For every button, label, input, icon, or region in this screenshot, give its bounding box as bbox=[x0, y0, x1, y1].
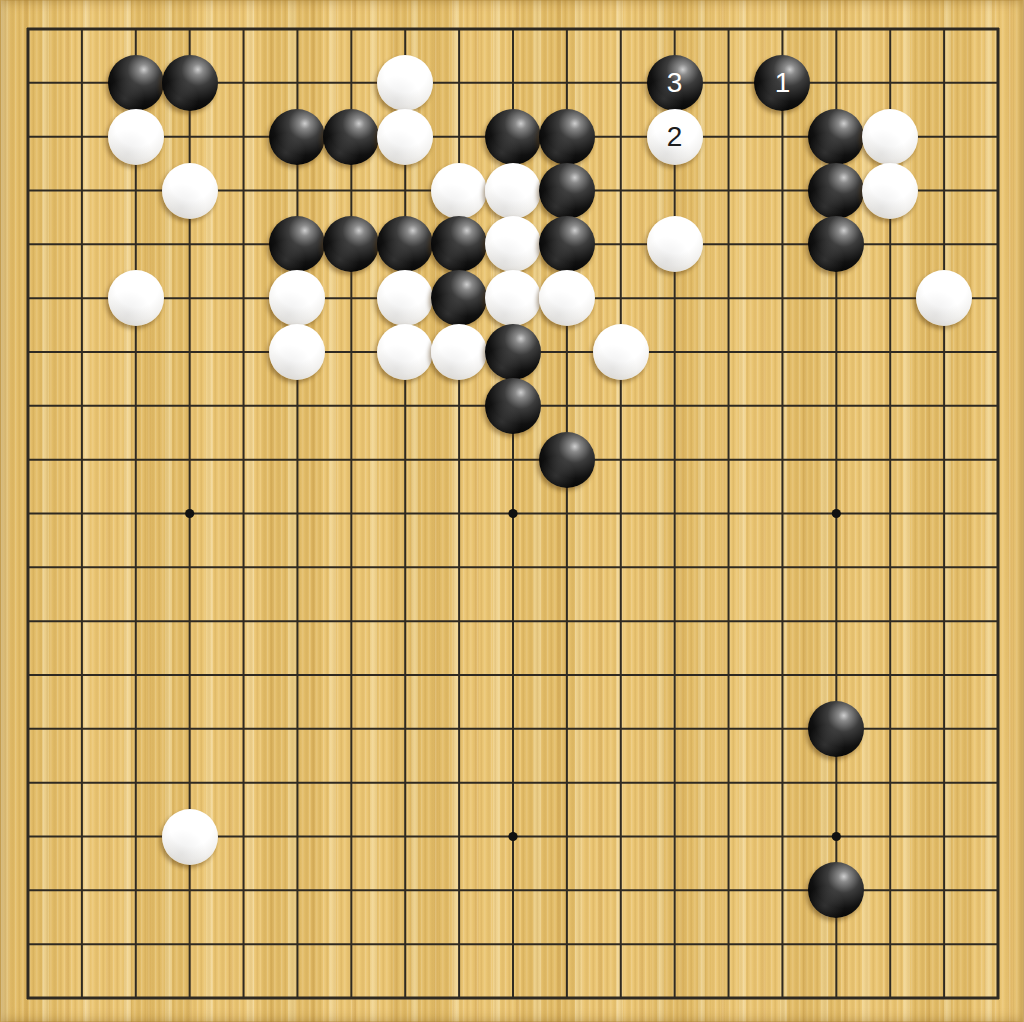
go-board[interactable]: 312 bbox=[0, 0, 1024, 1022]
stone-black bbox=[539, 109, 595, 165]
stone-black bbox=[431, 270, 487, 326]
stone-white bbox=[377, 324, 433, 380]
stone-black bbox=[323, 216, 379, 272]
stone-white bbox=[162, 163, 218, 219]
stone-black bbox=[108, 55, 164, 111]
stone-white bbox=[269, 324, 325, 380]
stone-white bbox=[485, 216, 541, 272]
stone-white-move-2: 2 bbox=[647, 109, 703, 165]
stone-white bbox=[162, 809, 218, 865]
stone-white bbox=[431, 324, 487, 380]
stone-white bbox=[485, 270, 541, 326]
stone-white bbox=[431, 163, 487, 219]
move-number-label: 3 bbox=[667, 69, 683, 97]
stone-white bbox=[916, 270, 972, 326]
stone-black bbox=[162, 55, 218, 111]
stone-white bbox=[108, 109, 164, 165]
stone-black bbox=[539, 432, 595, 488]
stone-black bbox=[808, 109, 864, 165]
stone-black bbox=[485, 109, 541, 165]
stone-white bbox=[862, 163, 918, 219]
stone-white bbox=[377, 55, 433, 111]
stone-white bbox=[485, 163, 541, 219]
stone-black-move-1: 1 bbox=[754, 55, 810, 111]
move-number-label: 2 bbox=[667, 123, 683, 151]
stone-white bbox=[377, 270, 433, 326]
stone-black bbox=[539, 163, 595, 219]
stones-layer: 312 bbox=[1, 1, 1024, 1022]
stone-white bbox=[269, 270, 325, 326]
stone-black bbox=[377, 216, 433, 272]
stone-white bbox=[593, 324, 649, 380]
stone-black bbox=[323, 109, 379, 165]
stone-black bbox=[269, 109, 325, 165]
stone-black bbox=[431, 216, 487, 272]
stone-black bbox=[808, 701, 864, 757]
stone-black bbox=[485, 378, 541, 434]
stone-black bbox=[539, 216, 595, 272]
stone-white bbox=[377, 109, 433, 165]
stone-black bbox=[808, 862, 864, 918]
stone-black bbox=[485, 324, 541, 380]
stone-black-move-3: 3 bbox=[647, 55, 703, 111]
stone-black bbox=[808, 216, 864, 272]
move-number-label: 1 bbox=[775, 69, 791, 97]
stone-white bbox=[862, 109, 918, 165]
stone-black bbox=[808, 163, 864, 219]
stone-black bbox=[269, 216, 325, 272]
stone-white bbox=[108, 270, 164, 326]
stone-white bbox=[539, 270, 595, 326]
stone-white bbox=[647, 216, 703, 272]
